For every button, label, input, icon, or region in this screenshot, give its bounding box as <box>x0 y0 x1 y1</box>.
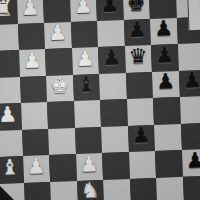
square-g6: ♟ <box>151 44 178 71</box>
square-e6: ♟ <box>98 46 125 73</box>
piece-black-pawn: ♟ <box>154 18 174 40</box>
piece-white-pawn: ♟ <box>0 104 18 126</box>
square-d6: ♟ <box>71 47 98 74</box>
square-g8 <box>149 0 176 19</box>
piece-black-pawn: ♟ <box>156 71 176 93</box>
square-c8 <box>43 0 70 23</box>
square-d1: ♞ <box>77 179 104 200</box>
square-e4 <box>100 99 127 126</box>
square-a2: ♝ <box>0 156 24 183</box>
square-a6 <box>0 50 20 77</box>
square-b4 <box>21 102 48 129</box>
square-a8: ♜ <box>0 0 18 25</box>
piece-white-pawn: ♟ <box>48 22 68 44</box>
square-c2 <box>49 154 76 181</box>
square-e1 <box>103 178 130 200</box>
square-h1 <box>182 175 200 200</box>
piece-black-pawn: ♟ <box>100 0 120 16</box>
piece-white-pawn: ♟ <box>20 0 40 19</box>
piece-white-bishop: ♝ <box>0 157 20 179</box>
square-g4 <box>153 97 180 124</box>
piece-black-pawn: ♟ <box>127 19 147 41</box>
chess-board-photo: ♜♟♟♟♚♟♟♟♟♟♟♛♟♚♝♟♟♟♟♝♟♟♟♞ <box>0 0 200 200</box>
piece-white-rook: ♜ <box>0 0 13 20</box>
square-h6 <box>177 43 200 70</box>
square-e2 <box>102 152 129 179</box>
square-d5: ♝ <box>73 74 100 101</box>
piece-black-queen: ♛ <box>128 46 148 68</box>
piece-white-pawn: ♟ <box>73 0 93 17</box>
square-d3 <box>75 126 102 153</box>
square-c1 <box>50 180 77 200</box>
chess-board: ♜♟♟♟♚♟♟♟♟♟♟♛♟♚♝♟♟♟♟♝♟♟♟♞ <box>0 0 200 200</box>
square-g5: ♟ <box>152 70 179 97</box>
piece-white-pawn: ♟ <box>26 156 46 178</box>
square-d7 <box>70 21 97 48</box>
board-wrapper: ♜♟♟♟♚♟♟♟♟♟♟♛♟♚♝♟♟♟♟♝♟♟♟♞ <box>0 0 200 200</box>
square-e3 <box>101 125 128 152</box>
piece-black-bishop: ♝ <box>76 74 96 96</box>
square-f8: ♚ <box>122 0 149 20</box>
piece-white-pawn: ♟ <box>22 50 42 72</box>
square-a5 <box>0 77 21 104</box>
piece-white-knight: ♞ <box>80 180 100 200</box>
piece-white-pawn: ♟ <box>75 48 95 70</box>
piece-black-pawn: ♟ <box>155 45 175 67</box>
piece-white-king: ♚ <box>50 75 70 97</box>
piece-black-pawn: ♟ <box>131 125 151 147</box>
square-a1 <box>0 182 25 200</box>
square-f5 <box>125 71 152 98</box>
square-c4 <box>47 101 74 128</box>
piece-black-pawn: ♟ <box>182 70 200 92</box>
square-f3: ♟ <box>127 124 154 151</box>
square-f7: ♟ <box>123 19 150 46</box>
square-h3 <box>180 122 200 149</box>
square-e5 <box>99 73 126 100</box>
square-b5 <box>20 76 47 103</box>
square-g2 <box>155 150 182 177</box>
square-f2 <box>129 151 156 178</box>
square-a4: ♟ <box>0 103 22 130</box>
square-b6: ♟ <box>19 49 46 76</box>
square-a3 <box>0 130 23 157</box>
square-g3 <box>154 123 181 150</box>
piece-black-pawn: ♟ <box>102 47 122 69</box>
square-f1 <box>130 177 157 200</box>
square-a7 <box>0 24 19 51</box>
piece-black-king: ♚ <box>126 0 146 15</box>
square-d8: ♟ <box>69 0 96 22</box>
square-g1 <box>156 176 183 200</box>
square-h7 <box>176 16 200 43</box>
square-b7 <box>18 23 45 50</box>
square-b2: ♟ <box>23 155 50 182</box>
square-c3 <box>48 127 75 154</box>
square-h5: ♟ <box>178 69 200 96</box>
piece-black-pawn: ♟ <box>185 150 200 172</box>
square-h8 <box>175 0 200 18</box>
square-c7: ♟ <box>44 22 71 49</box>
square-f6: ♛ <box>124 45 151 72</box>
square-f4 <box>126 98 153 125</box>
square-e7 <box>97 20 124 47</box>
square-c5: ♚ <box>46 75 73 102</box>
square-c6 <box>45 48 72 75</box>
square-e8: ♟ <box>96 0 123 21</box>
square-h4 <box>179 96 200 123</box>
square-b8: ♟ <box>16 0 43 24</box>
square-g7: ♟ <box>150 18 177 45</box>
square-d4 <box>74 100 101 127</box>
piece-white-pawn: ♟ <box>79 154 99 176</box>
square-b3 <box>22 129 49 156</box>
square-b1 <box>24 181 51 200</box>
square-d2: ♟ <box>76 153 103 180</box>
square-h2: ♟ <box>181 149 200 176</box>
